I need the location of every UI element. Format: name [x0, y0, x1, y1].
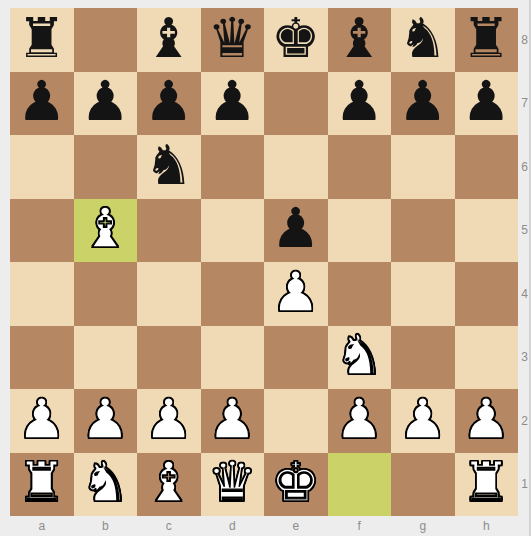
black-queen[interactable]: ♛	[208, 7, 257, 71]
square-h6[interactable]	[455, 135, 519, 199]
square-e2[interactable]	[264, 389, 328, 453]
square-a4[interactable]	[10, 262, 74, 326]
square-a3[interactable]	[10, 326, 74, 390]
white-king[interactable]: ♚	[271, 451, 320, 515]
square-d1[interactable]: ♛	[201, 453, 265, 517]
black-knight[interactable]: ♞	[144, 134, 193, 198]
square-g4[interactable]	[391, 262, 455, 326]
white-rook[interactable]: ♜	[17, 451, 66, 515]
square-f2[interactable]: ♟	[328, 389, 392, 453]
square-a6[interactable]	[10, 135, 74, 199]
square-g3[interactable]	[391, 326, 455, 390]
black-pawn[interactable]: ♟	[144, 70, 193, 134]
square-a5[interactable]	[10, 199, 74, 263]
square-c2[interactable]: ♟	[137, 389, 201, 453]
white-knight[interactable]: ♞	[81, 451, 130, 515]
file-label-d: d	[201, 516, 265, 536]
square-e8[interactable]: ♚	[264, 8, 328, 72]
square-f6[interactable]	[328, 135, 392, 199]
square-h2[interactable]: ♟	[455, 389, 519, 453]
black-pawn[interactable]: ♟	[398, 70, 447, 134]
square-g8[interactable]: ♞	[391, 8, 455, 72]
white-pawn[interactable]: ♟	[208, 388, 257, 452]
square-f4[interactable]	[328, 262, 392, 326]
square-a2[interactable]: ♟	[10, 389, 74, 453]
white-pawn[interactable]: ♟	[81, 388, 130, 452]
square-g1[interactable]	[391, 453, 455, 517]
square-g7[interactable]: ♟	[391, 72, 455, 136]
file-label-h: h	[455, 516, 519, 536]
square-d8[interactable]: ♛	[201, 8, 265, 72]
black-bishop[interactable]: ♝	[335, 7, 384, 71]
black-pawn[interactable]: ♟	[462, 70, 511, 134]
square-e4[interactable]: ♟	[264, 262, 328, 326]
square-h1[interactable]: ♜	[455, 453, 519, 517]
white-pawn[interactable]: ♟	[462, 388, 511, 452]
black-rook[interactable]: ♜	[17, 7, 66, 71]
square-d4[interactable]	[201, 262, 265, 326]
square-c7[interactable]: ♟	[137, 72, 201, 136]
square-h5[interactable]	[455, 199, 519, 263]
square-b1[interactable]: ♞	[74, 453, 138, 517]
square-c3[interactable]	[137, 326, 201, 390]
square-h7[interactable]: ♟	[455, 72, 519, 136]
square-e1[interactable]: ♚	[264, 453, 328, 517]
square-c8[interactable]: ♝	[137, 8, 201, 72]
black-king[interactable]: ♚	[271, 7, 320, 71]
file-label-a: a	[10, 516, 74, 536]
white-pawn[interactable]: ♟	[335, 388, 384, 452]
square-b7[interactable]: ♟	[74, 72, 138, 136]
square-f8[interactable]: ♝	[328, 8, 392, 72]
square-e6[interactable]	[264, 135, 328, 199]
square-b5[interactable]: ♝	[74, 199, 138, 263]
square-f5[interactable]	[328, 199, 392, 263]
file-label-b: b	[74, 516, 138, 536]
square-h8[interactable]: ♜	[455, 8, 519, 72]
white-bishop[interactable]: ♝	[81, 197, 130, 261]
black-bishop[interactable]: ♝	[144, 7, 193, 71]
square-g6[interactable]	[391, 135, 455, 199]
white-pawn[interactable]: ♟	[271, 261, 320, 325]
file-label-f: f	[328, 516, 392, 536]
black-rook[interactable]: ♜	[462, 7, 511, 71]
square-g5[interactable]	[391, 199, 455, 263]
chess-app: ♜♝♛♚♝♞♜♟♟♟♟♟♟♟♞♝♟♟♞♟♟♟♟♟♟♟♜♞♝♛♚♜ 8765432…	[0, 0, 531, 536]
white-pawn[interactable]: ♟	[17, 388, 66, 452]
white-pawn[interactable]: ♟	[398, 388, 447, 452]
square-f1[interactable]	[328, 453, 392, 517]
square-c5[interactable]	[137, 199, 201, 263]
white-pawn[interactable]: ♟	[144, 388, 193, 452]
square-c1[interactable]: ♝	[137, 453, 201, 517]
file-label-e: e	[264, 516, 328, 536]
square-b2[interactable]: ♟	[74, 389, 138, 453]
square-d7[interactable]: ♟	[201, 72, 265, 136]
square-h3[interactable]	[455, 326, 519, 390]
square-d6[interactable]	[201, 135, 265, 199]
file-label-g: g	[391, 516, 455, 536]
black-pawn[interactable]: ♟	[17, 70, 66, 134]
white-knight[interactable]: ♞	[335, 324, 384, 388]
square-c4[interactable]	[137, 262, 201, 326]
black-pawn[interactable]: ♟	[81, 70, 130, 134]
chess-board: ♜♝♛♚♝♞♜♟♟♟♟♟♟♟♞♝♟♟♞♟♟♟♟♟♟♟♜♞♝♛♚♜	[10, 8, 518, 516]
square-b8[interactable]	[74, 8, 138, 72]
black-pawn[interactable]: ♟	[271, 197, 320, 261]
square-e3[interactable]	[264, 326, 328, 390]
square-f3[interactable]: ♞	[328, 326, 392, 390]
square-b3[interactable]	[74, 326, 138, 390]
square-d2[interactable]: ♟	[201, 389, 265, 453]
square-e7[interactable]	[264, 72, 328, 136]
square-f7[interactable]: ♟	[328, 72, 392, 136]
file-label-c: c	[137, 516, 201, 536]
black-pawn[interactable]: ♟	[335, 70, 384, 134]
black-knight[interactable]: ♞	[398, 7, 447, 71]
white-bishop[interactable]: ♝	[144, 451, 193, 515]
square-c6[interactable]: ♞	[137, 135, 201, 199]
square-e5[interactable]: ♟	[264, 199, 328, 263]
white-queen[interactable]: ♛	[208, 451, 257, 515]
square-d5[interactable]	[201, 199, 265, 263]
square-d3[interactable]	[201, 326, 265, 390]
square-b4[interactable]	[74, 262, 138, 326]
square-a8[interactable]: ♜	[10, 8, 74, 72]
square-a1[interactable]: ♜	[10, 453, 74, 517]
square-a7[interactable]: ♟	[10, 72, 74, 136]
square-b6[interactable]	[74, 135, 138, 199]
square-h4[interactable]	[455, 262, 519, 326]
black-pawn[interactable]: ♟	[208, 70, 257, 134]
square-g2[interactable]: ♟	[391, 389, 455, 453]
white-rook[interactable]: ♜	[462, 451, 511, 515]
